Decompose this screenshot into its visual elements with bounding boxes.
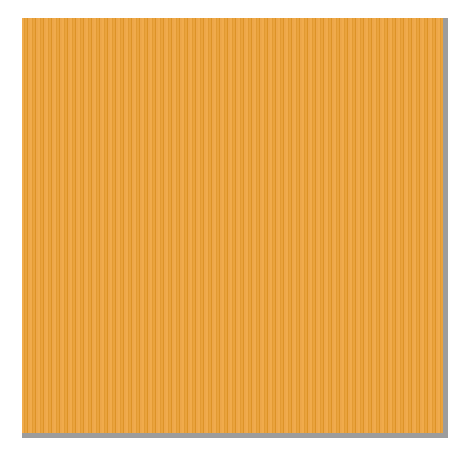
go-board [22, 18, 448, 438]
board-grid [22, 20, 440, 436]
go-app-window [0, 0, 465, 457]
